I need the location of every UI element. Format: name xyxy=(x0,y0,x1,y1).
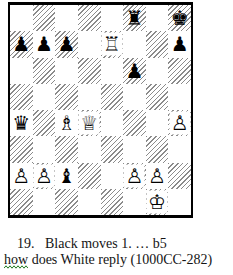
square-c8 xyxy=(55,5,78,31)
square-g8 xyxy=(146,5,169,31)
square-h7: ♟ xyxy=(168,31,191,57)
square-c1 xyxy=(55,189,78,215)
square-b3 xyxy=(33,136,56,162)
square-f2: ♙ xyxy=(123,163,146,189)
square-b5 xyxy=(33,84,56,110)
square-f8: ♜ xyxy=(123,5,146,31)
square-c5 xyxy=(55,84,78,110)
spellcheck-underline xyxy=(11,56,79,60)
black-bishop: ♝ xyxy=(58,166,76,186)
square-e8 xyxy=(101,5,124,31)
chess-board-inner: ♜♚♟♟♟♖♟♟♛♗♕♙♙♙♝♙♙♔ xyxy=(8,5,193,215)
square-e5 xyxy=(101,84,124,110)
square-b6 xyxy=(33,58,56,84)
square-d5 xyxy=(78,84,101,110)
square-d1 xyxy=(78,189,101,215)
spellcheck-underline xyxy=(11,187,79,191)
white-bishop: ♗ xyxy=(58,113,76,133)
caption-grammar-word: how xyxy=(4,252,28,268)
square-d4: ♕ xyxy=(78,110,101,136)
spellcheck-underline xyxy=(11,134,102,138)
square-h2 xyxy=(168,163,191,189)
black-queen: ♛ xyxy=(12,113,30,133)
square-b8 xyxy=(33,5,56,31)
square-c4: ♗ xyxy=(55,110,78,136)
square-a4: ♛ xyxy=(10,110,33,136)
black-king: ♚ xyxy=(171,8,189,28)
square-d6 xyxy=(78,58,101,84)
white-pawn: ♙ xyxy=(171,113,189,133)
square-d2 xyxy=(78,163,101,189)
black-pawn: ♟ xyxy=(12,34,30,54)
square-c6 xyxy=(55,58,78,84)
square-h6 xyxy=(168,58,191,84)
square-f4 xyxy=(123,110,146,136)
black-pawn: ♟ xyxy=(58,34,76,54)
square-a5 xyxy=(10,84,33,110)
square-f5 xyxy=(123,84,146,110)
square-d8 xyxy=(78,5,101,31)
square-a6 xyxy=(10,58,33,84)
square-e7: ♖ xyxy=(101,31,124,57)
white-pawn: ♙ xyxy=(12,166,30,186)
white-king: ♔ xyxy=(148,192,166,212)
square-e2 xyxy=(101,163,124,189)
square-f3 xyxy=(123,136,146,162)
square-h8: ♚ xyxy=(168,5,191,31)
square-d3 xyxy=(78,136,101,162)
square-g4 xyxy=(146,110,169,136)
square-c7: ♟ xyxy=(55,31,78,57)
square-a7: ♟ xyxy=(10,31,33,57)
square-a1 xyxy=(10,189,33,215)
square-a8 xyxy=(10,5,33,31)
square-h3 xyxy=(168,136,191,162)
square-g5 xyxy=(146,84,169,110)
square-f1 xyxy=(123,189,146,215)
white-pawn: ♙ xyxy=(148,166,166,186)
square-b7: ♟ xyxy=(33,31,56,57)
black-pawn: ♟ xyxy=(171,34,189,54)
square-g6 xyxy=(146,58,169,84)
black-pawn: ♟ xyxy=(125,61,143,81)
black-pawn: ♟ xyxy=(35,34,53,54)
white-rook: ♖ xyxy=(103,34,121,54)
square-h5 xyxy=(168,84,191,110)
square-b1 xyxy=(33,189,56,215)
square-e1 xyxy=(101,189,124,215)
square-h4: ♙ xyxy=(168,110,191,136)
square-b2: ♙ xyxy=(33,163,56,189)
white-queen: ♕ xyxy=(80,113,98,133)
caption-line1-text: 19. Black moves 1. … b5 xyxy=(17,236,167,251)
square-e3 xyxy=(101,136,124,162)
square-e6 xyxy=(101,58,124,84)
caption-line2-rest: does White reply (1000CC-282) xyxy=(28,252,212,267)
square-c2: ♝ xyxy=(55,163,78,189)
white-pawn: ♙ xyxy=(35,166,53,186)
square-a2: ♙ xyxy=(10,163,33,189)
square-h1 xyxy=(168,189,191,215)
caption-line-2: how does White reply (1000CC-282) xyxy=(4,252,233,268)
grammar-underline xyxy=(4,265,28,269)
white-pawn: ♙ xyxy=(125,166,143,186)
caption-line-1: 19. Black moves 1. … b5 xyxy=(4,236,233,252)
black-rook: ♜ xyxy=(125,8,143,28)
square-g7 xyxy=(146,31,169,57)
square-d7 xyxy=(78,31,101,57)
square-e4 xyxy=(101,110,124,136)
square-b4 xyxy=(33,110,56,136)
square-g2: ♙ xyxy=(146,163,169,189)
caption: 19. Black moves 1. … b5 how does White r… xyxy=(4,236,233,267)
square-g3 xyxy=(146,136,169,162)
chess-board: ♜♚♟♟♟♖♟♟♛♗♕♙♙♙♝♙♙♔ xyxy=(8,2,193,218)
square-g1: ♔ xyxy=(146,189,169,215)
square-c3 xyxy=(55,136,78,162)
square-a3 xyxy=(10,136,33,162)
square-f6: ♟ xyxy=(123,58,146,84)
chess-puzzle-page: ♜♚♟♟♟♖♟♟♛♗♕♙♙♙♝♙♙♔ 19. Black moves 1. … … xyxy=(0,0,233,275)
square-f7 xyxy=(123,31,146,57)
